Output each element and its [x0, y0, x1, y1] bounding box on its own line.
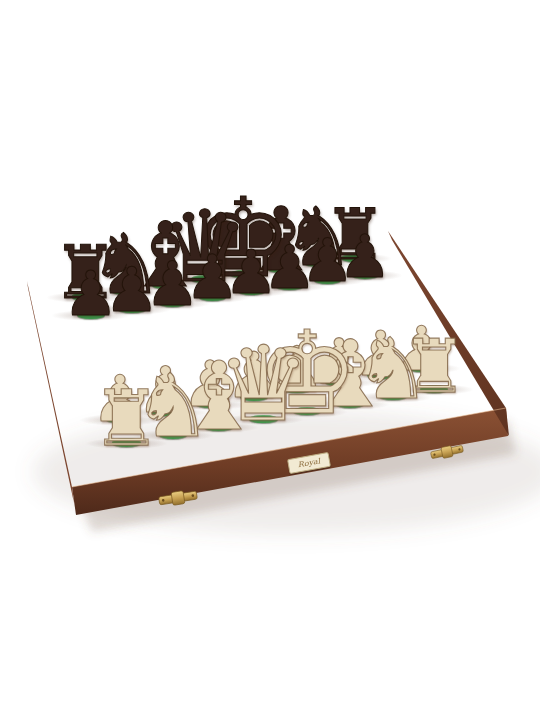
box-right-side: [388, 231, 509, 436]
brand-label: Royal: [297, 457, 321, 468]
board-box-underlay: [0, 0, 540, 720]
chess-set-photo: AABBCCDDEEFFGGHH1122334455667788 Royal ♜…: [0, 0, 540, 720]
